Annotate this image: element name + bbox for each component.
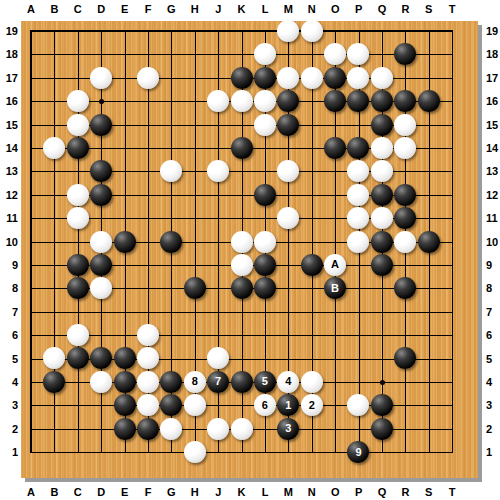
white-stone-B14[interactable]: ○ bbox=[43, 137, 65, 159]
cell-E2[interactable]: ● bbox=[113, 417, 136, 440]
cell-T6[interactable] bbox=[440, 323, 463, 346]
cell-R10[interactable]: ○ bbox=[394, 230, 417, 253]
cell-C14[interactable]: ● bbox=[66, 136, 89, 159]
white-stone-D10[interactable]: ○ bbox=[90, 231, 112, 253]
black-stone-K8[interactable]: ● bbox=[231, 277, 253, 299]
cell-C4[interactable] bbox=[66, 370, 89, 393]
black-stone-C14[interactable]: ● bbox=[67, 137, 89, 159]
cell-A8[interactable] bbox=[19, 277, 42, 300]
black-stone-E3[interactable]: ● bbox=[114, 394, 136, 416]
cell-J9[interactable] bbox=[206, 253, 229, 276]
cell-L13[interactable] bbox=[253, 160, 276, 183]
black-stone-M3[interactable]: ●1 bbox=[277, 394, 299, 416]
cell-J3[interactable] bbox=[206, 394, 229, 417]
cell-L9[interactable]: ● bbox=[253, 253, 276, 276]
cell-L15[interactable]: ○ bbox=[253, 113, 276, 136]
cell-J5[interactable]: ○ bbox=[206, 347, 229, 370]
cell-O3[interactable] bbox=[323, 394, 346, 417]
cell-L2[interactable] bbox=[253, 417, 276, 440]
cell-N18[interactable] bbox=[300, 43, 323, 66]
cell-E15[interactable] bbox=[113, 113, 136, 136]
cell-T9[interactable] bbox=[440, 253, 463, 276]
cell-N15[interactable] bbox=[300, 113, 323, 136]
cell-H8[interactable]: ● bbox=[183, 277, 206, 300]
cell-G17[interactable] bbox=[160, 66, 183, 89]
cell-H12[interactable] bbox=[183, 183, 206, 206]
white-stone-Q17[interactable]: ○ bbox=[371, 67, 393, 89]
cell-M19[interactable]: ○ bbox=[277, 19, 300, 42]
cell-H9[interactable] bbox=[183, 253, 206, 276]
cell-K5[interactable] bbox=[230, 347, 253, 370]
cell-R18[interactable]: ● bbox=[394, 43, 417, 66]
cell-F5[interactable]: ○ bbox=[136, 347, 159, 370]
cell-D14[interactable] bbox=[89, 136, 112, 159]
cell-O4[interactable] bbox=[323, 370, 346, 393]
white-stone-M11[interactable]: ○ bbox=[277, 207, 299, 229]
cell-S15[interactable] bbox=[417, 113, 440, 136]
cell-M2[interactable]: ●3 bbox=[277, 417, 300, 440]
white-stone-M17[interactable]: ○ bbox=[277, 67, 299, 89]
cell-G9[interactable] bbox=[160, 253, 183, 276]
cell-C9[interactable]: ● bbox=[66, 253, 89, 276]
white-stone-F6[interactable]: ○ bbox=[137, 324, 159, 346]
cell-Q15[interactable]: ● bbox=[370, 113, 393, 136]
cell-R5[interactable]: ● bbox=[394, 347, 417, 370]
black-stone-B4[interactable]: ● bbox=[43, 371, 65, 393]
cell-K11[interactable] bbox=[230, 206, 253, 229]
white-stone-C11[interactable]: ○ bbox=[67, 207, 89, 229]
white-stone-R10[interactable]: ○ bbox=[394, 231, 416, 253]
white-stone-K16[interactable]: ○ bbox=[231, 90, 253, 112]
cell-J13[interactable]: ○ bbox=[206, 160, 229, 183]
white-stone-K9[interactable]: ○ bbox=[231, 254, 253, 276]
black-stone-D13[interactable]: ● bbox=[90, 160, 112, 182]
black-stone-F2[interactable]: ● bbox=[137, 418, 159, 440]
cell-M12[interactable] bbox=[277, 183, 300, 206]
cell-Q14[interactable]: ○ bbox=[370, 136, 393, 159]
cell-K19[interactable] bbox=[230, 19, 253, 42]
cell-A3[interactable] bbox=[19, 394, 42, 417]
cell-N2[interactable] bbox=[300, 417, 323, 440]
cell-F4[interactable]: ○ bbox=[136, 370, 159, 393]
black-stone-C8[interactable]: ● bbox=[67, 277, 89, 299]
cell-C10[interactable] bbox=[66, 230, 89, 253]
cell-R13[interactable] bbox=[394, 160, 417, 183]
cell-E3[interactable]: ● bbox=[113, 394, 136, 417]
cell-B2[interactable] bbox=[43, 417, 66, 440]
cell-J10[interactable] bbox=[206, 230, 229, 253]
cell-O17[interactable]: ● bbox=[323, 66, 346, 89]
cell-T12[interactable] bbox=[440, 183, 463, 206]
cell-H19[interactable] bbox=[183, 19, 206, 42]
cell-M4[interactable]: ○4 bbox=[277, 370, 300, 393]
cell-P7[interactable] bbox=[347, 300, 370, 323]
cell-B4[interactable]: ● bbox=[43, 370, 66, 393]
cell-S2[interactable] bbox=[417, 417, 440, 440]
cell-J18[interactable] bbox=[206, 43, 229, 66]
white-stone-R15[interactable]: ○ bbox=[394, 114, 416, 136]
cell-B1[interactable] bbox=[43, 440, 66, 463]
cell-J19[interactable] bbox=[206, 19, 229, 42]
cell-K17[interactable]: ● bbox=[230, 66, 253, 89]
cell-J12[interactable] bbox=[206, 183, 229, 206]
cell-K1[interactable] bbox=[230, 440, 253, 463]
white-stone-F4[interactable]: ○ bbox=[137, 371, 159, 393]
black-stone-R8[interactable]: ● bbox=[394, 277, 416, 299]
cell-R7[interactable] bbox=[394, 300, 417, 323]
cell-L14[interactable] bbox=[253, 136, 276, 159]
cell-D19[interactable] bbox=[89, 19, 112, 42]
cell-F11[interactable] bbox=[136, 206, 159, 229]
cell-D4[interactable]: ○ bbox=[89, 370, 112, 393]
cell-A17[interactable] bbox=[19, 66, 42, 89]
white-stone-J5[interactable]: ○ bbox=[207, 347, 229, 369]
black-stone-O17[interactable]: ● bbox=[324, 67, 346, 89]
black-stone-M2[interactable]: ●3 bbox=[277, 418, 299, 440]
white-stone-G13[interactable]: ○ bbox=[160, 160, 182, 182]
white-stone-N4[interactable]: ○ bbox=[301, 371, 323, 393]
white-stone-C6[interactable]: ○ bbox=[67, 324, 89, 346]
cell-T7[interactable] bbox=[440, 300, 463, 323]
white-stone-F5[interactable]: ○ bbox=[137, 347, 159, 369]
cell-G5[interactable] bbox=[160, 347, 183, 370]
cell-A16[interactable] bbox=[19, 89, 42, 112]
cell-N12[interactable] bbox=[300, 183, 323, 206]
cell-D2[interactable] bbox=[89, 417, 112, 440]
cell-Q13[interactable]: ○ bbox=[370, 160, 393, 183]
black-stone-D15[interactable]: ● bbox=[90, 114, 112, 136]
cell-J17[interactable] bbox=[206, 66, 229, 89]
black-stone-L12[interactable]: ● bbox=[254, 184, 276, 206]
cell-J6[interactable] bbox=[206, 323, 229, 346]
cell-O16[interactable]: ● bbox=[323, 89, 346, 112]
cell-L12[interactable]: ● bbox=[253, 183, 276, 206]
cell-R17[interactable] bbox=[394, 66, 417, 89]
black-stone-S10[interactable]: ● bbox=[418, 231, 440, 253]
cell-F1[interactable] bbox=[136, 440, 159, 463]
black-stone-O14[interactable]: ● bbox=[324, 137, 346, 159]
cell-O15[interactable] bbox=[323, 113, 346, 136]
cell-K12[interactable] bbox=[230, 183, 253, 206]
cell-O5[interactable] bbox=[323, 347, 346, 370]
cell-P16[interactable]: ● bbox=[347, 89, 370, 112]
cell-C13[interactable] bbox=[66, 160, 89, 183]
cell-L19[interactable] bbox=[253, 19, 276, 42]
cell-F9[interactable] bbox=[136, 253, 159, 276]
cell-O13[interactable] bbox=[323, 160, 346, 183]
white-stone-L16[interactable]: ○ bbox=[254, 90, 276, 112]
cell-M5[interactable] bbox=[277, 347, 300, 370]
cell-R15[interactable]: ○ bbox=[394, 113, 417, 136]
cell-M11[interactable]: ○ bbox=[277, 206, 300, 229]
black-stone-Q16[interactable]: ● bbox=[371, 90, 393, 112]
cell-S14[interactable] bbox=[417, 136, 440, 159]
cell-H16[interactable] bbox=[183, 89, 206, 112]
cell-S9[interactable] bbox=[417, 253, 440, 276]
cell-F16[interactable] bbox=[136, 89, 159, 112]
cell-O14[interactable]: ● bbox=[323, 136, 346, 159]
cell-M9[interactable] bbox=[277, 253, 300, 276]
white-stone-P3[interactable]: ○ bbox=[347, 394, 369, 416]
cell-C7[interactable] bbox=[66, 300, 89, 323]
black-stone-J4[interactable]: ●7 bbox=[207, 371, 229, 393]
cell-D6[interactable] bbox=[89, 323, 112, 346]
cell-O8[interactable]: ●B bbox=[323, 277, 346, 300]
cell-M14[interactable] bbox=[277, 136, 300, 159]
cell-H5[interactable] bbox=[183, 347, 206, 370]
cell-J7[interactable] bbox=[206, 300, 229, 323]
white-stone-O18[interactable]: ○ bbox=[324, 43, 346, 65]
cell-L7[interactable] bbox=[253, 300, 276, 323]
black-stone-Q9[interactable]: ● bbox=[371, 254, 393, 276]
cell-N11[interactable] bbox=[300, 206, 323, 229]
cell-D3[interactable] bbox=[89, 394, 112, 417]
white-stone-C12[interactable]: ○ bbox=[67, 184, 89, 206]
cell-H13[interactable] bbox=[183, 160, 206, 183]
black-stone-L17[interactable]: ● bbox=[254, 67, 276, 89]
cell-O7[interactable] bbox=[323, 300, 346, 323]
cell-E19[interactable] bbox=[113, 19, 136, 42]
white-stone-Q11[interactable]: ○ bbox=[371, 207, 393, 229]
cell-P12[interactable]: ○ bbox=[347, 183, 370, 206]
cell-A14[interactable] bbox=[19, 136, 42, 159]
white-stone-F3[interactable]: ○ bbox=[137, 394, 159, 416]
black-stone-D12[interactable]: ● bbox=[90, 184, 112, 206]
white-stone-L18[interactable]: ○ bbox=[254, 43, 276, 65]
cell-G18[interactable] bbox=[160, 43, 183, 66]
cell-T8[interactable] bbox=[440, 277, 463, 300]
white-stone-P17[interactable]: ○ bbox=[347, 67, 369, 89]
white-stone-N17[interactable]: ○ bbox=[301, 67, 323, 89]
white-stone-L10[interactable]: ○ bbox=[254, 231, 276, 253]
white-stone-J2[interactable]: ○ bbox=[207, 418, 229, 440]
cell-A6[interactable] bbox=[19, 323, 42, 346]
black-stone-R18[interactable]: ● bbox=[394, 43, 416, 65]
cell-R3[interactable] bbox=[394, 394, 417, 417]
cell-D18[interactable] bbox=[89, 43, 112, 66]
cell-Q1[interactable] bbox=[370, 440, 393, 463]
cell-P17[interactable]: ○ bbox=[347, 66, 370, 89]
cell-L5[interactable] bbox=[253, 347, 276, 370]
cell-A4[interactable] bbox=[19, 370, 42, 393]
cell-P2[interactable] bbox=[347, 417, 370, 440]
cell-D1[interactable] bbox=[89, 440, 112, 463]
cell-B17[interactable] bbox=[43, 66, 66, 89]
cell-Q5[interactable] bbox=[370, 347, 393, 370]
cell-J14[interactable] bbox=[206, 136, 229, 159]
cell-T18[interactable] bbox=[440, 43, 463, 66]
black-stone-S16[interactable]: ● bbox=[418, 90, 440, 112]
cell-T15[interactable] bbox=[440, 113, 463, 136]
cell-D9[interactable]: ● bbox=[89, 253, 112, 276]
cell-C19[interactable] bbox=[66, 19, 89, 42]
cell-G11[interactable] bbox=[160, 206, 183, 229]
cell-A5[interactable] bbox=[19, 347, 42, 370]
cell-N14[interactable] bbox=[300, 136, 323, 159]
cell-A18[interactable] bbox=[19, 43, 42, 66]
black-stone-P1[interactable]: ●9 bbox=[347, 441, 369, 463]
cell-H17[interactable] bbox=[183, 66, 206, 89]
cell-F15[interactable] bbox=[136, 113, 159, 136]
cell-Q17[interactable]: ○ bbox=[370, 66, 393, 89]
cell-Q19[interactable] bbox=[370, 19, 393, 42]
cell-L17[interactable]: ● bbox=[253, 66, 276, 89]
white-stone-H3[interactable]: ○ bbox=[184, 394, 206, 416]
cell-M16[interactable]: ● bbox=[277, 89, 300, 112]
cell-D12[interactable]: ● bbox=[89, 183, 112, 206]
white-stone-M19[interactable]: ○ bbox=[277, 20, 299, 42]
cell-A10[interactable] bbox=[19, 230, 42, 253]
white-stone-P12[interactable]: ○ bbox=[347, 184, 369, 206]
cell-B12[interactable] bbox=[43, 183, 66, 206]
cell-M15[interactable]: ● bbox=[277, 113, 300, 136]
white-stone-Q14[interactable]: ○ bbox=[371, 137, 393, 159]
cell-O2[interactable] bbox=[323, 417, 346, 440]
cell-G8[interactable] bbox=[160, 277, 183, 300]
cell-D16[interactable] bbox=[89, 89, 112, 112]
cell-L4[interactable]: ●5 bbox=[253, 370, 276, 393]
cell-C11[interactable]: ○ bbox=[66, 206, 89, 229]
cell-T2[interactable] bbox=[440, 417, 463, 440]
cell-E1[interactable] bbox=[113, 440, 136, 463]
cell-C8[interactable]: ● bbox=[66, 277, 89, 300]
black-stone-L9[interactable]: ● bbox=[254, 254, 276, 276]
cell-C12[interactable]: ○ bbox=[66, 183, 89, 206]
cell-R6[interactable] bbox=[394, 323, 417, 346]
cell-B18[interactable] bbox=[43, 43, 66, 66]
cell-B10[interactable] bbox=[43, 230, 66, 253]
cell-C18[interactable] bbox=[66, 43, 89, 66]
white-stone-N3[interactable]: ○2 bbox=[301, 394, 323, 416]
white-stone-Q13[interactable]: ○ bbox=[371, 160, 393, 182]
cell-N10[interactable] bbox=[300, 230, 323, 253]
cell-E11[interactable] bbox=[113, 206, 136, 229]
cell-B6[interactable] bbox=[43, 323, 66, 346]
black-stone-C9[interactable]: ● bbox=[67, 254, 89, 276]
white-stone-J13[interactable]: ○ bbox=[207, 160, 229, 182]
cell-P1[interactable]: ●9 bbox=[347, 440, 370, 463]
cell-Q4[interactable] bbox=[370, 370, 393, 393]
cell-R19[interactable] bbox=[394, 19, 417, 42]
cell-G12[interactable] bbox=[160, 183, 183, 206]
cell-L6[interactable] bbox=[253, 323, 276, 346]
cell-R12[interactable]: ● bbox=[394, 183, 417, 206]
black-stone-D9[interactable]: ● bbox=[90, 254, 112, 276]
cell-K18[interactable] bbox=[230, 43, 253, 66]
cell-O1[interactable] bbox=[323, 440, 346, 463]
cell-H7[interactable] bbox=[183, 300, 206, 323]
cell-P8[interactable] bbox=[347, 277, 370, 300]
cell-C5[interactable]: ● bbox=[66, 347, 89, 370]
black-stone-O8[interactable]: ●B bbox=[324, 277, 346, 299]
cell-S17[interactable] bbox=[417, 66, 440, 89]
white-stone-D8[interactable]: ○ bbox=[90, 277, 112, 299]
white-stone-K10[interactable]: ○ bbox=[231, 231, 253, 253]
cell-N16[interactable] bbox=[300, 89, 323, 112]
cell-A19[interactable] bbox=[19, 19, 42, 42]
cell-T13[interactable] bbox=[440, 160, 463, 183]
cell-P10[interactable]: ○ bbox=[347, 230, 370, 253]
cell-T1[interactable] bbox=[440, 440, 463, 463]
cell-A1[interactable] bbox=[19, 440, 42, 463]
white-stone-P13[interactable]: ○ bbox=[347, 160, 369, 182]
black-stone-R12[interactable]: ● bbox=[394, 184, 416, 206]
cell-G2[interactable]: ○ bbox=[160, 417, 183, 440]
cell-P4[interactable] bbox=[347, 370, 370, 393]
cell-T14[interactable] bbox=[440, 136, 463, 159]
cell-Q9[interactable]: ● bbox=[370, 253, 393, 276]
cell-H15[interactable] bbox=[183, 113, 206, 136]
cell-Q2[interactable]: ● bbox=[370, 417, 393, 440]
cell-N7[interactable] bbox=[300, 300, 323, 323]
black-stone-M16[interactable]: ● bbox=[277, 90, 299, 112]
cell-H18[interactable] bbox=[183, 43, 206, 66]
cell-M10[interactable] bbox=[277, 230, 300, 253]
cell-R1[interactable] bbox=[394, 440, 417, 463]
black-stone-L8[interactable]: ● bbox=[254, 277, 276, 299]
cell-G14[interactable] bbox=[160, 136, 183, 159]
cell-S6[interactable] bbox=[417, 323, 440, 346]
cell-S7[interactable] bbox=[417, 300, 440, 323]
cell-P11[interactable]: ○ bbox=[347, 206, 370, 229]
cell-S8[interactable] bbox=[417, 277, 440, 300]
cell-O10[interactable] bbox=[323, 230, 346, 253]
black-stone-R11[interactable]: ● bbox=[394, 207, 416, 229]
black-stone-L4[interactable]: ●5 bbox=[254, 371, 276, 393]
black-stone-G3[interactable]: ● bbox=[160, 394, 182, 416]
cell-E7[interactable] bbox=[113, 300, 136, 323]
cell-Q11[interactable]: ○ bbox=[370, 206, 393, 229]
cell-N8[interactable] bbox=[300, 277, 323, 300]
cell-F3[interactable]: ○ bbox=[136, 394, 159, 417]
cell-L16[interactable]: ○ bbox=[253, 89, 276, 112]
cell-S5[interactable] bbox=[417, 347, 440, 370]
cell-P18[interactable]: ○ bbox=[347, 43, 370, 66]
cell-L8[interactable]: ● bbox=[253, 277, 276, 300]
black-stone-R16[interactable]: ● bbox=[394, 90, 416, 112]
cell-J2[interactable]: ○ bbox=[206, 417, 229, 440]
white-stone-J16[interactable]: ○ bbox=[207, 90, 229, 112]
cell-B8[interactable] bbox=[43, 277, 66, 300]
cell-E6[interactable] bbox=[113, 323, 136, 346]
cell-A7[interactable] bbox=[19, 300, 42, 323]
cell-T19[interactable] bbox=[440, 19, 463, 42]
cell-T5[interactable] bbox=[440, 347, 463, 370]
white-stone-P10[interactable]: ○ bbox=[347, 231, 369, 253]
cell-K10[interactable]: ○ bbox=[230, 230, 253, 253]
cell-C3[interactable] bbox=[66, 394, 89, 417]
cell-E18[interactable] bbox=[113, 43, 136, 66]
cell-Q6[interactable] bbox=[370, 323, 393, 346]
cell-G10[interactable]: ● bbox=[160, 230, 183, 253]
black-stone-Q2[interactable]: ● bbox=[371, 418, 393, 440]
cell-S3[interactable] bbox=[417, 394, 440, 417]
cell-O18[interactable]: ○ bbox=[323, 43, 346, 66]
cell-N17[interactable]: ○ bbox=[300, 66, 323, 89]
white-stone-C15[interactable]: ○ bbox=[67, 114, 89, 136]
cell-P19[interactable] bbox=[347, 19, 370, 42]
cell-R8[interactable]: ● bbox=[394, 277, 417, 300]
cell-F13[interactable] bbox=[136, 160, 159, 183]
black-stone-M15[interactable]: ● bbox=[277, 114, 299, 136]
cell-T16[interactable] bbox=[440, 89, 463, 112]
black-stone-E5[interactable]: ● bbox=[114, 347, 136, 369]
cell-M18[interactable] bbox=[277, 43, 300, 66]
cell-G1[interactable] bbox=[160, 440, 183, 463]
cell-P13[interactable]: ○ bbox=[347, 160, 370, 183]
white-stone-M4[interactable]: ○4 bbox=[277, 371, 299, 393]
white-stone-H4[interactable]: ○8 bbox=[184, 371, 206, 393]
